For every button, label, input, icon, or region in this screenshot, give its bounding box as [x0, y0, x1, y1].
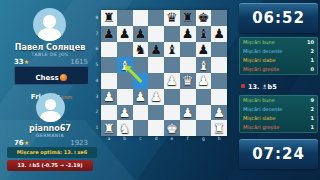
- square-h7[interactable]: ♟: [211, 26, 227, 42]
- file-label-b: b: [120, 136, 130, 141]
- bottom-player-country: GERMANIA: [0, 133, 100, 138]
- stat-label: Mișcări slabe: [243, 114, 275, 123]
- square-b7[interactable]: ♟: [117, 26, 133, 42]
- bottom-player-name: pianno67: [0, 124, 100, 133]
- star-icon: ★: [24, 139, 29, 146]
- square-b3[interactable]: [117, 89, 133, 105]
- bottom-player-stats-line: 76★ 1923: [14, 139, 88, 147]
- square-a7[interactable]: ♟: [101, 26, 117, 42]
- chessfriends-logo: ChessFriends.com: [14, 66, 89, 85]
- square-e5[interactable]: [164, 57, 180, 73]
- logo-text: Chess: [35, 74, 58, 82]
- stat-row-3: Mișcări slabe1: [239, 114, 318, 123]
- square-d8[interactable]: [148, 10, 164, 26]
- square-c5[interactable]: [133, 57, 149, 73]
- white-pawn-g4: ♟: [196, 73, 212, 89]
- black-bishop-e6: ♝: [164, 42, 180, 58]
- square-h5[interactable]: [211, 57, 227, 73]
- black-king-g8: ♚: [196, 10, 212, 26]
- square-f4[interactable]: ♛: [180, 73, 196, 89]
- black-queen-e8: ♛: [164, 10, 180, 26]
- avatar-top-player: [33, 8, 66, 41]
- stat-value: 10: [307, 38, 314, 47]
- rank-label-5: 5: [94, 62, 100, 67]
- stat-label: Mișcări slabe: [243, 56, 275, 65]
- avatar-icon: [40, 111, 61, 122]
- black-rook-f8: ♜: [180, 10, 196, 26]
- stat-row-1: Mișcări bune10: [239, 38, 318, 47]
- file-label-a: a: [104, 136, 114, 141]
- square-b6[interactable]: [117, 42, 133, 58]
- black-bishop-g7: ♝: [196, 26, 212, 42]
- square-c3[interactable]: ♟: [133, 89, 149, 105]
- top-player-country: TABLE DE JOS: [0, 52, 100, 57]
- rank-label-6: 6: [94, 46, 100, 51]
- square-e4[interactable]: ♟: [164, 73, 180, 89]
- stat-value: 1: [311, 123, 314, 132]
- square-h6[interactable]: [211, 42, 227, 58]
- black-pawn-h7: ♟: [211, 26, 227, 42]
- white-bishop-b5: ♝: [117, 57, 133, 73]
- square-b5[interactable]: ♝: [117, 57, 133, 73]
- square-h3[interactable]: [211, 89, 227, 105]
- stat-value: 2: [311, 105, 314, 114]
- square-c7[interactable]: ♟: [133, 26, 149, 42]
- white-pawn-c3: ♟: [133, 89, 149, 105]
- avatar-icon: [43, 15, 56, 28]
- square-h2[interactable]: ♟: [211, 105, 227, 121]
- chess-board[interactable]: ♜♛♜♚♟♟♟♟♝♟♞♟♝♟♝♝♟♛♟♟♟♟♟♟♟♜♞♚♜: [101, 10, 227, 136]
- square-c4[interactable]: [133, 73, 149, 89]
- square-d1[interactable]: [148, 120, 164, 136]
- square-f1[interactable]: [180, 120, 196, 136]
- white-rook-h1: ♜: [211, 120, 227, 136]
- bottom-player-stars: 76: [14, 139, 24, 147]
- square-b1[interactable]: ♞: [117, 120, 133, 136]
- stat-value: 2: [311, 47, 314, 56]
- stat-value: 1: [311, 56, 314, 65]
- white-pawn-d3: ♟: [148, 89, 164, 105]
- rank-label-1: 1: [94, 125, 100, 130]
- file-label-h: h: [214, 136, 224, 141]
- stat-label: Mișcări bune: [243, 96, 275, 105]
- top-player-stars: 33: [14, 58, 24, 66]
- stat-row-2: Mișcări decente2: [239, 47, 318, 56]
- square-a3[interactable]: ♟: [101, 89, 117, 105]
- stat-value: 9: [311, 96, 314, 105]
- square-e2[interactable]: [164, 105, 180, 121]
- square-c8[interactable]: [133, 10, 149, 26]
- black-pawn-d6: ♟: [148, 42, 164, 58]
- top-player-stats-line: 33★ 1615: [14, 58, 88, 66]
- square-a2[interactable]: [101, 105, 117, 121]
- top-player-clock: 06:52: [239, 3, 318, 33]
- top-player-name: Павел Солнцев: [0, 43, 100, 52]
- file-label-c: c: [135, 136, 145, 141]
- stat-value: 1: [311, 114, 314, 123]
- black-rook-a8: ♜: [101, 10, 117, 26]
- rank-label-7: 7: [94, 31, 100, 36]
- square-a1[interactable]: ♜: [101, 120, 117, 136]
- played-move-evaluation: 13. ♗b5 (-0.75 → -2.19): [7, 160, 93, 171]
- square-d7[interactable]: [148, 26, 164, 42]
- square-f3[interactable]: [180, 89, 196, 105]
- square-b8[interactable]: [117, 10, 133, 26]
- square-h4[interactable]: [211, 73, 227, 89]
- stat-row-4: Mișcări greșite1: [239, 123, 318, 132]
- square-a8[interactable]: ♜: [101, 10, 117, 26]
- black-knight-c6: ♞: [133, 42, 149, 58]
- square-d5[interactable]: [148, 57, 164, 73]
- stat-row-4: Mișcări greșite0: [239, 65, 318, 74]
- square-f2[interactable]: ♟: [180, 105, 196, 121]
- rank-labels: 87654321: [94, 10, 100, 136]
- file-label-d: d: [151, 136, 161, 141]
- white-pawn-a3: ♟: [101, 89, 117, 105]
- square-f6[interactable]: [180, 42, 196, 58]
- stat-label: Mișcări decente: [243, 105, 282, 114]
- bottom-player-move-stats: Mișcări bune9Mișcări decente2Mișcări sla…: [239, 95, 318, 133]
- current-move-text: 13. ♗b5: [248, 83, 277, 91]
- square-d2[interactable]: [148, 105, 164, 121]
- black-pawn-c7: ♟: [133, 26, 149, 42]
- square-g5[interactable]: ♝: [196, 57, 212, 73]
- stat-value: 0: [311, 65, 314, 74]
- white-pawn-e4: ♟: [164, 73, 180, 89]
- white-pawn-b2: ♟: [117, 105, 133, 121]
- square-f8[interactable]: ♜: [180, 10, 196, 26]
- square-g7[interactable]: ♝: [196, 26, 212, 42]
- stat-label: Mișcări decente: [243, 47, 282, 56]
- top-player-rating: 1615: [70, 58, 88, 66]
- game-screen: Павел Солнцев TABLE DE JOS 33★ 1615 Ches…: [0, 0, 320, 180]
- square-e1[interactable]: ♚: [164, 120, 180, 136]
- stat-label: Mișcări bune: [243, 38, 275, 47]
- stat-row-2: Mișcări decente2: [239, 105, 318, 114]
- square-a4[interactable]: [101, 73, 117, 89]
- white-knight-b1: ♞: [117, 120, 133, 136]
- white-queen-f4: ♛: [180, 73, 196, 89]
- square-e6[interactable]: ♝: [164, 42, 180, 58]
- square-g2[interactable]: [196, 105, 212, 121]
- current-move-line[interactable]: 13. ♗b5: [241, 83, 318, 92]
- bottom-player-rating: 1923: [70, 139, 88, 147]
- square-e7[interactable]: [164, 26, 180, 42]
- square-e3[interactable]: [164, 89, 180, 105]
- stat-row-1: Mișcări bune9: [239, 96, 318, 105]
- rank-label-8: 8: [94, 15, 100, 20]
- square-g6[interactable]: ♟: [196, 42, 212, 58]
- stat-label: Mișcări greșite: [243, 65, 279, 74]
- square-g8[interactable]: ♚: [196, 10, 212, 26]
- top-player-move-stats: Mișcări bune10Mișcări decente2Mișcări sl…: [239, 37, 318, 75]
- white-pawn-h2: ♟: [211, 105, 227, 121]
- avatar-icon: [38, 28, 62, 41]
- square-f5[interactable]: [180, 57, 196, 73]
- black-pawn-b7: ♟: [117, 26, 133, 42]
- square-e8[interactable]: ♛: [164, 10, 180, 26]
- rank-label-4: 4: [94, 78, 100, 83]
- white-king-e1: ♚: [164, 120, 180, 136]
- square-b2[interactable]: ♟: [117, 105, 133, 121]
- square-h1[interactable]: ♜: [211, 120, 227, 136]
- square-h8[interactable]: [211, 10, 227, 26]
- globe-icon: [60, 74, 67, 81]
- square-f7[interactable]: ♟: [180, 26, 196, 42]
- white-rook-a1: ♜: [101, 120, 117, 136]
- stat-label: Mișcări greșite: [243, 123, 279, 132]
- square-c6[interactable]: ♞: [133, 42, 149, 58]
- players-sidebar: Павел Солнцев TABLE DE JOS 33★ 1615 Ches…: [0, 0, 100, 180]
- star-icon: ★: [24, 58, 29, 65]
- square-b4[interactable]: [117, 73, 133, 89]
- square-g3[interactable]: [196, 89, 212, 105]
- mistake-marker-icon: [241, 84, 245, 88]
- square-g4[interactable]: ♟: [196, 73, 212, 89]
- rank-label-3: 3: [94, 94, 100, 99]
- optimal-move-label: Mișcare optimă: 13.♗xe6: [7, 147, 97, 158]
- bottom-player-clock: 07:24: [239, 139, 318, 169]
- file-label-f: f: [183, 136, 193, 141]
- stat-row-3: Mișcări slabe1: [239, 56, 318, 65]
- black-pawn-g6: ♟: [196, 42, 212, 58]
- file-label-g: g: [198, 136, 208, 141]
- rank-label-2: 2: [94, 109, 100, 114]
- avatar-bottom-player: [36, 93, 65, 122]
- avatar-icon: [45, 99, 56, 110]
- square-a6[interactable]: [101, 42, 117, 58]
- square-d6[interactable]: ♟: [148, 42, 164, 58]
- black-pawn-a7: ♟: [101, 26, 117, 42]
- square-a5[interactable]: [101, 57, 117, 73]
- black-pawn-f7: ♟: [180, 26, 196, 42]
- square-g1[interactable]: [196, 120, 212, 136]
- square-d3[interactable]: ♟: [148, 89, 164, 105]
- white-bishop-g5: ♝: [196, 57, 212, 73]
- square-c2[interactable]: [133, 105, 149, 121]
- square-d4[interactable]: [148, 73, 164, 89]
- square-c1[interactable]: [133, 120, 149, 136]
- file-label-e: e: [167, 136, 177, 141]
- white-pawn-f2: ♟: [180, 105, 196, 121]
- file-labels: abcdefgh: [101, 136, 227, 143]
